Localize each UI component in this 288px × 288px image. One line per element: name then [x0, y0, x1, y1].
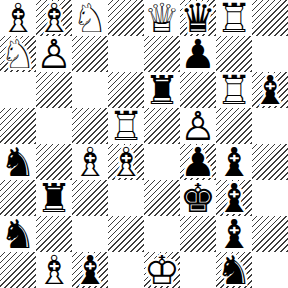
piece-glyph: ♚ [180, 180, 216, 216]
piece-white-knight: ♞♘ [0, 36, 36, 72]
piece-glyph: ♘ [0, 36, 36, 72]
piece-glyph: ♞ [0, 216, 36, 252]
square-g6[interactable]: ♜♖ [216, 72, 252, 108]
square-h6[interactable]: ♝♝ [252, 72, 288, 108]
square-f7[interactable]: ♟♟ [180, 36, 216, 72]
square-h5[interactable] [252, 108, 288, 144]
piece-black-rook: ♜♜ [36, 180, 72, 216]
piece-glyph: ♔ [144, 252, 180, 288]
piece-glyph: ♜ [144, 72, 180, 108]
square-b3[interactable]: ♜♜ [36, 180, 72, 216]
square-c4[interactable]: ♝♗ [72, 144, 108, 180]
square-c6[interactable] [72, 72, 108, 108]
square-d2[interactable] [108, 216, 144, 252]
piece-white-king: ♚♔ [144, 252, 180, 288]
square-b1[interactable]: ♝♗ [36, 252, 72, 288]
square-a2[interactable]: ♞♞ [0, 216, 36, 252]
square-f2[interactable] [180, 216, 216, 252]
square-c3[interactable] [72, 180, 108, 216]
piece-white-bishop: ♝♗ [72, 144, 108, 180]
piece-glyph: ♖ [216, 72, 252, 108]
square-a6[interactable] [0, 72, 36, 108]
piece-glyph: ♕ [144, 0, 180, 36]
piece-white-pawn: ♟♙ [36, 36, 72, 72]
square-h2[interactable] [252, 216, 288, 252]
square-e1[interactable]: ♚♔ [144, 252, 180, 288]
square-d4[interactable]: ♝♗ [108, 144, 144, 180]
square-g1[interactable]: ♞♞ [216, 252, 252, 288]
piece-white-rook: ♜♖ [216, 0, 252, 36]
square-g8[interactable]: ♜♖ [216, 0, 252, 36]
piece-black-knight: ♞♞ [216, 252, 252, 288]
square-d8[interactable] [108, 0, 144, 36]
square-h1[interactable] [252, 252, 288, 288]
square-e6[interactable]: ♜♜ [144, 72, 180, 108]
piece-black-knight: ♞♞ [0, 144, 36, 180]
square-f3[interactable]: ♚♚ [180, 180, 216, 216]
piece-glyph: ♗ [72, 144, 108, 180]
piece-glyph: ♝ [72, 252, 108, 288]
piece-glyph: ♙ [36, 36, 72, 72]
square-a4[interactable]: ♞♞ [0, 144, 36, 180]
piece-black-rook: ♜♜ [144, 72, 180, 108]
piece-white-knight: ♞♘ [72, 0, 108, 36]
piece-glyph: ♞ [216, 252, 252, 288]
square-b6[interactable] [36, 72, 72, 108]
square-a7[interactable]: ♞♘ [0, 36, 36, 72]
square-e3[interactable] [144, 180, 180, 216]
piece-white-bishop: ♝♗ [36, 252, 72, 288]
square-h4[interactable] [252, 144, 288, 180]
piece-black-bishop: ♝♝ [252, 72, 288, 108]
square-b5[interactable] [36, 108, 72, 144]
piece-white-bishop: ♝♗ [108, 144, 144, 180]
piece-glyph: ♜ [36, 180, 72, 216]
chess-board: ♝♗♝♗♞♘♛♕♛♛♜♖♞♘♟♙♟♟♜♜♜♖♝♝♜♖♟♙♞♞♝♗♝♗♟♟♝♝♜♜… [0, 0, 288, 288]
piece-glyph: ♘ [72, 0, 108, 36]
square-b7[interactable]: ♟♙ [36, 36, 72, 72]
square-d7[interactable] [108, 36, 144, 72]
square-f1[interactable] [180, 252, 216, 288]
piece-black-bishop: ♝♝ [72, 252, 108, 288]
piece-glyph: ♝ [252, 72, 288, 108]
piece-black-pawn: ♟♟ [180, 36, 216, 72]
square-h8[interactable] [252, 0, 288, 36]
square-a1[interactable] [0, 252, 36, 288]
piece-white-queen: ♛♕ [144, 0, 180, 36]
square-d3[interactable] [108, 180, 144, 216]
square-c7[interactable] [72, 36, 108, 72]
piece-glyph: ♟ [180, 36, 216, 72]
piece-glyph: ♗ [108, 144, 144, 180]
piece-glyph: ♞ [0, 144, 36, 180]
square-e8[interactable]: ♛♕ [144, 0, 180, 36]
piece-white-rook: ♜♖ [216, 72, 252, 108]
piece-black-king: ♚♚ [180, 180, 216, 216]
piece-glyph: ♖ [216, 0, 252, 36]
square-e5[interactable] [144, 108, 180, 144]
square-h3[interactable] [252, 180, 288, 216]
square-e4[interactable] [144, 144, 180, 180]
piece-black-knight: ♞♞ [0, 216, 36, 252]
square-c1[interactable]: ♝♝ [72, 252, 108, 288]
square-d1[interactable] [108, 252, 144, 288]
square-c8[interactable]: ♞♘ [72, 0, 108, 36]
piece-glyph: ♗ [36, 252, 72, 288]
